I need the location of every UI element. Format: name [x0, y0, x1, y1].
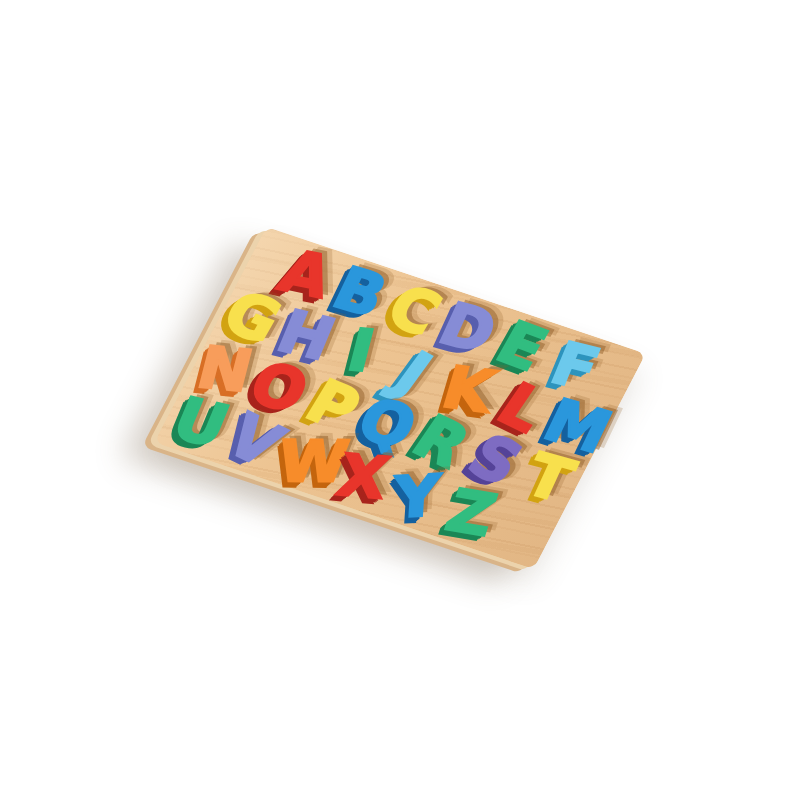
product-photo: ABCDEFGHIJKLMNOPQRSTUVWXYZ: [0, 0, 800, 800]
puzzle-board: ABCDEFGHIJKLMNOPQRSTUVWXYZ: [154, 227, 646, 569]
